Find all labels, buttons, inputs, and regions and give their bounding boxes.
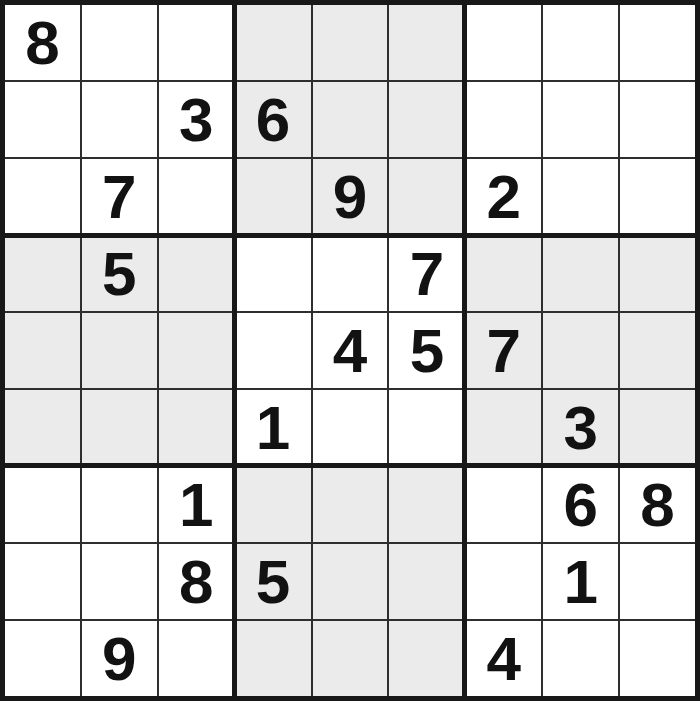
sudoku-cell-r6c6[interactable] [389, 390, 464, 465]
sudoku-cell-r3c1[interactable] [5, 159, 80, 234]
sudoku-cell-r1c7[interactable] [466, 5, 541, 80]
sudoku-cell-r9c2[interactable]: 9 [82, 621, 157, 696]
sudoku-cell-r1c4[interactable] [236, 5, 311, 80]
sudoku-cell-r5c4[interactable] [236, 313, 311, 388]
sudoku-cell-r8c1[interactable] [5, 544, 80, 619]
sudoku-cell-r3c6[interactable] [389, 159, 464, 234]
sudoku-cell-r5c8[interactable] [543, 313, 618, 388]
sudoku-cell-r7c4[interactable] [236, 467, 311, 542]
sudoku-cell-r5c9[interactable] [620, 313, 695, 388]
sudoku-cell-r5c3[interactable] [159, 313, 234, 388]
sudoku-cell-r7c2[interactable] [82, 467, 157, 542]
sudoku-cell-r3c2[interactable]: 7 [82, 159, 157, 234]
sudoku-cell-r9c7[interactable]: 4 [466, 621, 541, 696]
sudoku-cell-r4c7[interactable] [466, 236, 541, 311]
sudoku-cell-r2c4[interactable]: 6 [236, 82, 311, 157]
sudoku-cell-r5c7[interactable]: 7 [466, 313, 541, 388]
sudoku-cell-r5c6[interactable]: 5 [389, 313, 464, 388]
sudoku-cell-r7c5[interactable] [313, 467, 388, 542]
sudoku-cell-r1c3[interactable] [159, 5, 234, 80]
sudoku-cell-r8c6[interactable] [389, 544, 464, 619]
sudoku-cell-r7c6[interactable] [389, 467, 464, 542]
sudoku-cell-r5c1[interactable] [5, 313, 80, 388]
sudoku-cell-r1c6[interactable] [389, 5, 464, 80]
sudoku-cell-r3c7[interactable]: 2 [466, 159, 541, 234]
sudoku-cell-r4c5[interactable] [313, 236, 388, 311]
sudoku-cell-r6c7[interactable] [466, 390, 541, 465]
sudoku-cell-r1c9[interactable] [620, 5, 695, 80]
sudoku-cell-r2c3[interactable]: 3 [159, 82, 234, 157]
sudoku-cell-r9c5[interactable] [313, 621, 388, 696]
sudoku-cell-r5c5[interactable]: 4 [313, 313, 388, 388]
sudoku-cell-r4c8[interactable] [543, 236, 618, 311]
sudoku-cell-r3c9[interactable] [620, 159, 695, 234]
sudoku-cell-r6c9[interactable] [620, 390, 695, 465]
sudoku-cell-r1c5[interactable] [313, 5, 388, 80]
sudoku-cell-r8c2[interactable] [82, 544, 157, 619]
sudoku-cell-r6c8[interactable]: 3 [543, 390, 618, 465]
sudoku-cell-r7c3[interactable]: 1 [159, 467, 234, 542]
sudoku-cell-r9c3[interactable] [159, 621, 234, 696]
sudoku-cell-r3c4[interactable] [236, 159, 311, 234]
sudoku-cell-r4c4[interactable] [236, 236, 311, 311]
sudoku-cell-r2c2[interactable] [82, 82, 157, 157]
sudoku-cell-r2c7[interactable] [466, 82, 541, 157]
sudoku-cell-r1c2[interactable] [82, 5, 157, 80]
sudoku-cell-r5c2[interactable] [82, 313, 157, 388]
sudoku-cell-r9c6[interactable] [389, 621, 464, 696]
sudoku-cell-r7c1[interactable] [5, 467, 80, 542]
sudoku-cell-r4c1[interactable] [5, 236, 80, 311]
sudoku-cell-r4c9[interactable] [620, 236, 695, 311]
sudoku-cell-r8c3[interactable]: 8 [159, 544, 234, 619]
sudoku-cell-r7c9[interactable]: 8 [620, 467, 695, 542]
sudoku-cell-r9c1[interactable] [5, 621, 80, 696]
sudoku-cell-r2c1[interactable] [5, 82, 80, 157]
sudoku-cell-r6c2[interactable] [82, 390, 157, 465]
sudoku-cell-r3c5[interactable]: 9 [313, 159, 388, 234]
sudoku-cell-r9c4[interactable] [236, 621, 311, 696]
sudoku-cell-r7c8[interactable]: 6 [543, 467, 618, 542]
sudoku-cell-r8c7[interactable] [466, 544, 541, 619]
sudoku-cell-r6c4[interactable]: 1 [236, 390, 311, 465]
sudoku-cell-r6c5[interactable] [313, 390, 388, 465]
sudoku-cell-r6c1[interactable] [5, 390, 80, 465]
sudoku-cell-r2c6[interactable] [389, 82, 464, 157]
sudoku-cell-r4c6[interactable]: 7 [389, 236, 464, 311]
sudoku-cell-r9c8[interactable] [543, 621, 618, 696]
sudoku-cell-r2c9[interactable] [620, 82, 695, 157]
sudoku-cell-r9c9[interactable] [620, 621, 695, 696]
sudoku-cell-r2c5[interactable] [313, 82, 388, 157]
sudoku-board: 836792574571316885194 [0, 0, 700, 701]
sudoku-cell-r3c3[interactable] [159, 159, 234, 234]
sudoku-cell-r2c8[interactable] [543, 82, 618, 157]
sudoku-cell-r1c1[interactable]: 8 [5, 5, 80, 80]
sudoku-cell-r7c7[interactable] [466, 467, 541, 542]
sudoku-cell-r4c3[interactable] [159, 236, 234, 311]
sudoku-cell-r8c8[interactable]: 1 [543, 544, 618, 619]
sudoku-cell-r6c3[interactable] [159, 390, 234, 465]
sudoku-cell-r8c9[interactable] [620, 544, 695, 619]
sudoku-cell-r4c2[interactable]: 5 [82, 236, 157, 311]
sudoku-cell-r8c4[interactable]: 5 [236, 544, 311, 619]
sudoku-cell-r3c8[interactable] [543, 159, 618, 234]
sudoku-cell-r8c5[interactable] [313, 544, 388, 619]
sudoku-cell-r1c8[interactable] [543, 5, 618, 80]
